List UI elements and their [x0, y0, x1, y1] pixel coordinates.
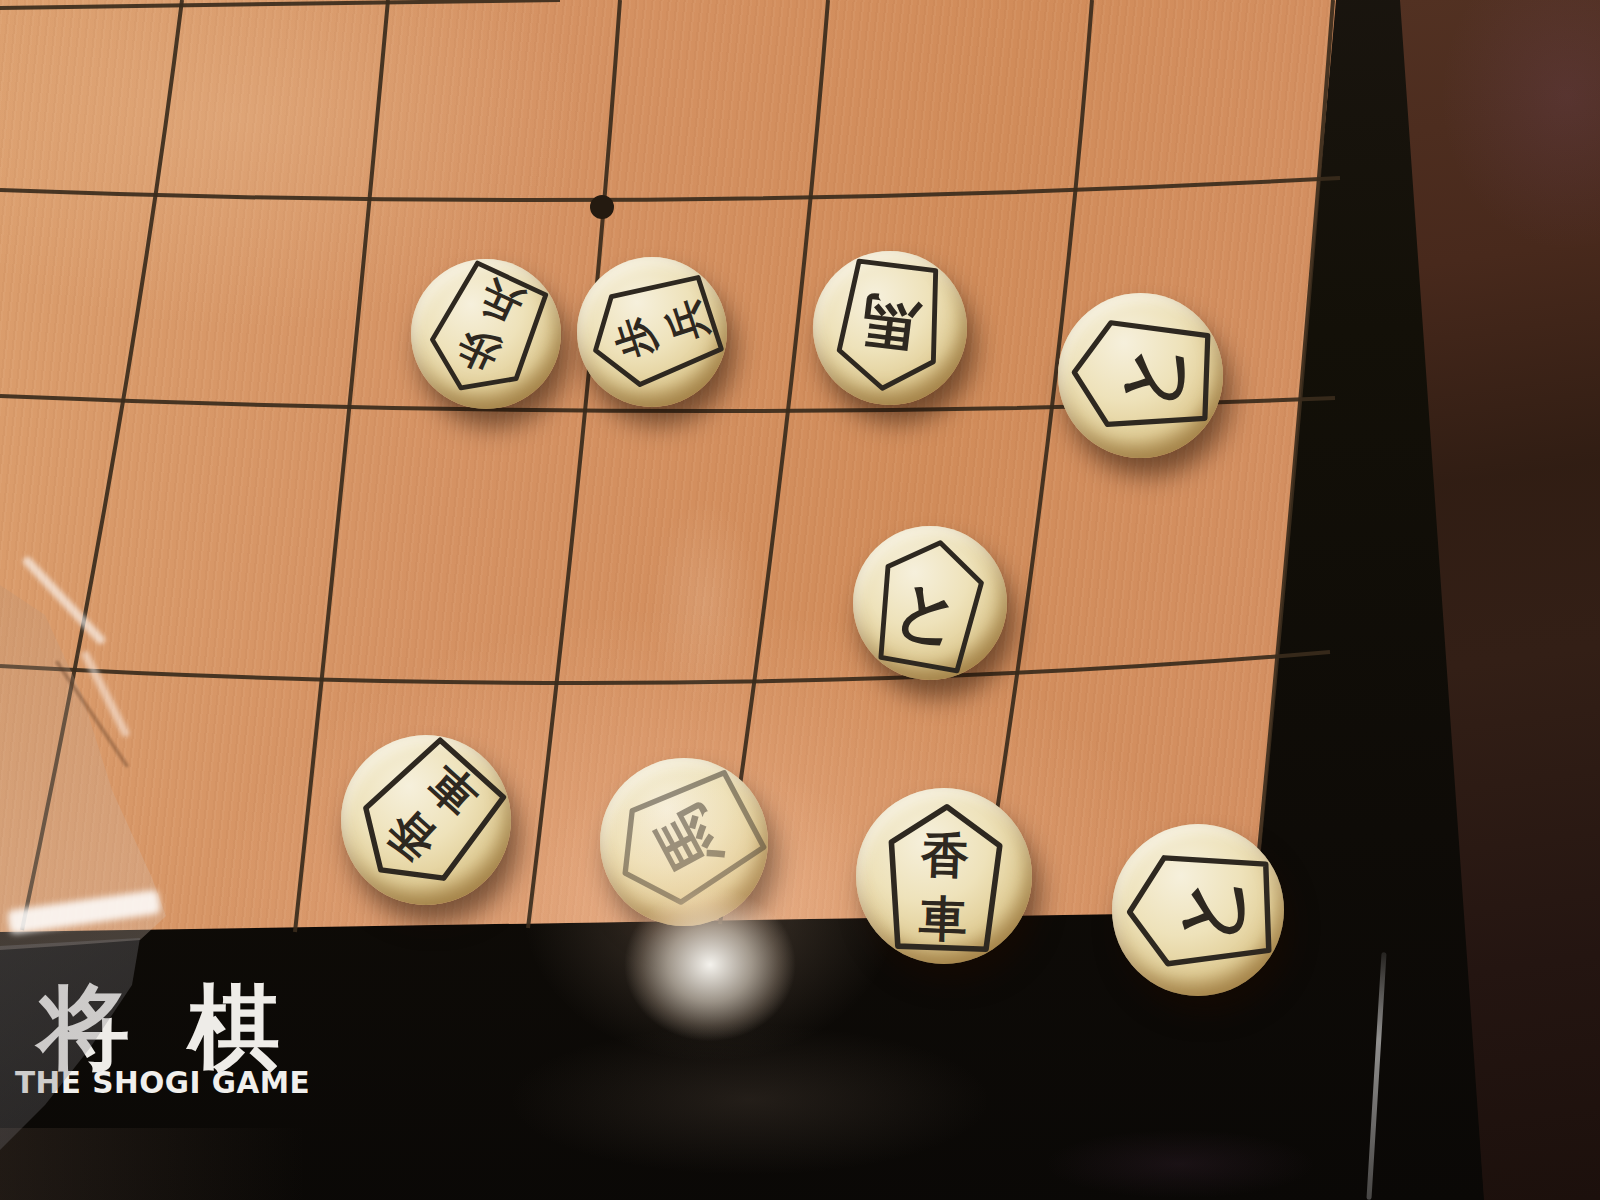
piece-tokin-promoted-pawn[interactable]: と	[1112, 824, 1284, 996]
piece-tokin-promoted-pawn[interactable]: と	[1058, 293, 1223, 458]
piece-face: と	[1122, 834, 1273, 985]
piece-face: と	[862, 535, 998, 671]
piece-face: 歩兵	[586, 266, 718, 398]
piece-pawn[interactable]: 歩兵	[411, 259, 561, 409]
piece-face: 香車	[867, 799, 1022, 954]
piece-lance[interactable]: 香車	[341, 735, 511, 905]
piece-kanji: 歩	[450, 320, 508, 381]
board-logo: 将棋 THE SHOGI GAME	[38, 982, 338, 1074]
frame-corner-light	[0, 1128, 360, 1200]
piece-kanji: 香	[919, 825, 970, 883]
piece-face: 馬	[822, 260, 958, 396]
piece-promoted-bishop-horse[interactable]: 馬	[600, 758, 768, 926]
piece-kanji: と	[1166, 871, 1253, 948]
piece-lance[interactable]: 香車	[856, 788, 1032, 964]
piece-kanji: 歩	[606, 311, 665, 366]
piece-face: 歩兵	[420, 268, 552, 400]
piece-kanji: と	[889, 570, 968, 655]
logo-latin-title: THE SHOGI GAME	[15, 1066, 310, 1100]
piece-face: 馬	[610, 768, 758, 916]
piece-face: 香車	[351, 745, 501, 895]
photo-stage: 歩兵歩兵馬とと香車馬香車と 将棋 THE SHOGI GAME	[0, 0, 1600, 1200]
piece-promoted-bishop-horse[interactable]: 馬	[813, 251, 967, 405]
piece-kanji: 兵	[473, 271, 530, 332]
logo-kanji-title: 将棋	[38, 982, 338, 1074]
piece-kanji: と	[1109, 338, 1192, 412]
piece-kanji: 車	[917, 889, 968, 947]
piece-kanji: 馬	[858, 287, 925, 360]
piece-face: と	[1067, 302, 1212, 447]
piece-pawn[interactable]: 歩兵	[577, 257, 727, 407]
piece-tokin-promoted-pawn[interactable]: と	[853, 526, 1007, 680]
